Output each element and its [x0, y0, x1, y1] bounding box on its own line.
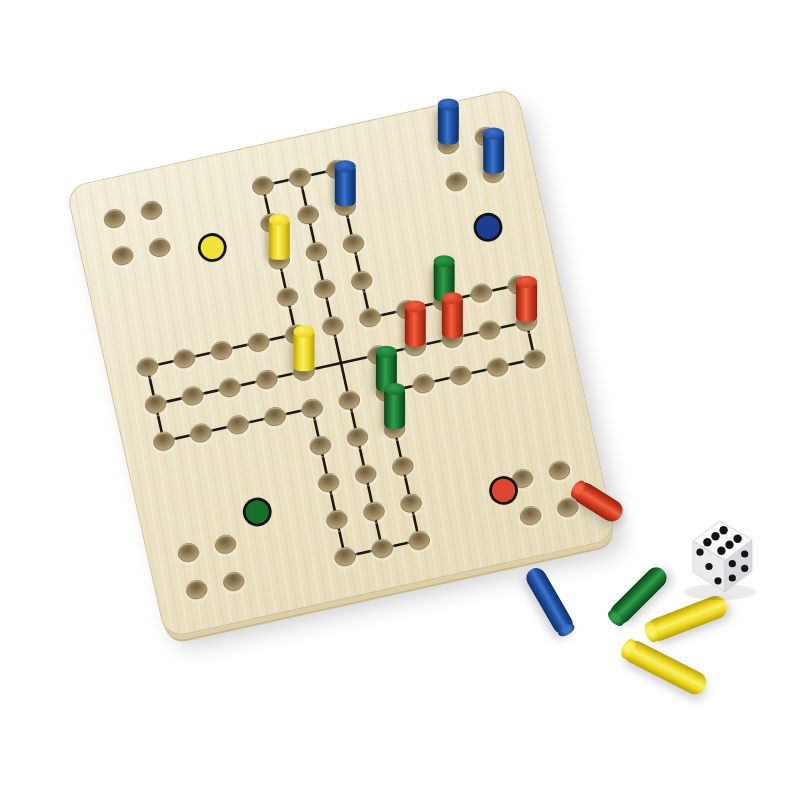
peg-top-face — [384, 383, 405, 395]
peg-top-face — [516, 276, 537, 288]
peg-body — [268, 220, 289, 260]
peg-body — [293, 331, 314, 371]
game-board — [65, 87, 616, 638]
loose-peg-yellow[interactable] — [620, 636, 711, 697]
peg-blue[interactable] — [483, 128, 504, 174]
peg-body — [404, 307, 425, 347]
peg-blue[interactable] — [437, 99, 458, 145]
peg-yellow[interactable] — [293, 325, 314, 371]
peg-top-face — [437, 99, 458, 111]
scene — [0, 0, 799, 800]
peg-end-face — [605, 607, 626, 628]
peg-end-face — [555, 621, 576, 639]
peg-body — [441, 298, 462, 338]
peg-body — [516, 282, 537, 322]
peg-top-face — [404, 301, 425, 313]
start-circle-yellow — [197, 232, 228, 263]
start-circle-blue — [473, 212, 504, 243]
peg-yellow[interactable] — [268, 214, 289, 260]
peg-top-face — [441, 292, 462, 304]
peg-top-face — [334, 160, 355, 172]
peg-body — [384, 389, 405, 429]
peg-blue[interactable] — [334, 160, 355, 206]
peg-top-face — [433, 255, 454, 267]
loose-peg-yellow[interactable] — [644, 592, 731, 644]
peg-red[interactable] — [516, 276, 537, 322]
peg-top-face — [293, 325, 314, 337]
peg-body — [334, 166, 355, 206]
peg-green[interactable] — [384, 383, 405, 429]
peg-red[interactable] — [404, 301, 425, 347]
peg-top-face — [268, 214, 289, 226]
start-circle-green — [242, 496, 273, 527]
die[interactable] — [693, 521, 752, 592]
peg-body — [437, 105, 458, 145]
peg-end-face — [618, 636, 638, 660]
loose-peg-blue[interactable] — [522, 564, 576, 637]
peg-top-face — [375, 346, 396, 358]
peg-red[interactable] — [441, 292, 462, 338]
peg-end-face — [642, 620, 660, 644]
peg-body — [483, 134, 504, 174]
peg-top-face — [483, 128, 504, 140]
